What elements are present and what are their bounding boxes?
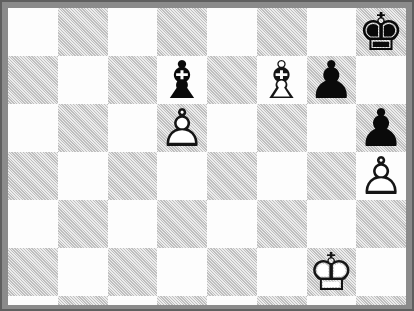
square-c4[interactable] <box>108 200 158 248</box>
square-a6[interactable] <box>8 104 58 152</box>
black-piece-glyph: ♟ <box>308 54 355 106</box>
square-c8[interactable] <box>108 8 158 56</box>
square-a5[interactable] <box>8 152 58 200</box>
square-c7[interactable] <box>108 56 158 104</box>
white-piece-outline: ♗ <box>258 54 305 106</box>
square-h6[interactable]: ♟ <box>356 104 406 152</box>
square-g3[interactable]: ♚♔ <box>307 248 357 296</box>
square-h3[interactable] <box>356 248 406 296</box>
square-b6[interactable] <box>58 104 108 152</box>
white-bishop[interactable]: ♝♗ <box>257 56 307 104</box>
white-piece-outline: ♙ <box>159 102 206 154</box>
square-b3[interactable] <box>58 248 108 296</box>
square-e2[interactable] <box>207 296 257 305</box>
black-pawn[interactable]: ♟ <box>307 56 357 104</box>
square-f7[interactable]: ♝♗ <box>257 56 307 104</box>
square-d4[interactable] <box>157 200 207 248</box>
square-f8[interactable] <box>257 8 307 56</box>
square-d8[interactable] <box>157 8 207 56</box>
white-pawn[interactable]: ♟♙ <box>157 104 207 152</box>
square-b4[interactable] <box>58 200 108 248</box>
white-piece-outline: ♙ <box>358 150 405 202</box>
square-g4[interactable] <box>307 200 357 248</box>
square-h2[interactable] <box>356 296 406 305</box>
square-f6[interactable] <box>257 104 307 152</box>
white-piece-outline: ♔ <box>308 246 355 298</box>
square-b8[interactable] <box>58 8 108 56</box>
square-g6[interactable] <box>307 104 357 152</box>
square-f2[interactable] <box>257 296 307 305</box>
square-g5[interactable] <box>307 152 357 200</box>
square-e8[interactable] <box>207 8 257 56</box>
black-bishop[interactable]: ♝ <box>157 56 207 104</box>
square-e5[interactable] <box>207 152 257 200</box>
square-d5[interactable] <box>157 152 207 200</box>
square-f5[interactable] <box>257 152 307 200</box>
square-b2[interactable] <box>58 296 108 305</box>
square-e4[interactable] <box>207 200 257 248</box>
square-a3[interactable] <box>8 248 58 296</box>
square-a7[interactable] <box>8 56 58 104</box>
square-b5[interactable] <box>58 152 108 200</box>
square-g8[interactable] <box>307 8 357 56</box>
square-d6[interactable]: ♟♙ <box>157 104 207 152</box>
white-king[interactable]: ♚♔ <box>307 248 357 296</box>
square-h8[interactable]: ♚ <box>356 8 406 56</box>
black-piece-glyph: ♚ <box>358 8 405 58</box>
square-h7[interactable] <box>356 56 406 104</box>
square-e3[interactable] <box>207 248 257 296</box>
square-a4[interactable] <box>8 200 58 248</box>
chess-diagram: ♚♝♝♗♟♟♙♟♟♙♚♔ <box>0 0 414 311</box>
square-b7[interactable] <box>58 56 108 104</box>
square-h5[interactable]: ♟♙ <box>356 152 406 200</box>
square-f4[interactable] <box>257 200 307 248</box>
square-d2[interactable] <box>157 296 207 305</box>
square-e7[interactable] <box>207 56 257 104</box>
square-c6[interactable] <box>108 104 158 152</box>
chess-board: ♚♝♝♗♟♟♙♟♟♙♚♔ <box>8 8 406 305</box>
square-e6[interactable] <box>207 104 257 152</box>
square-a2[interactable] <box>8 296 58 305</box>
black-pawn[interactable]: ♟ <box>356 104 406 152</box>
square-h4[interactable] <box>356 200 406 248</box>
black-king[interactable]: ♚ <box>356 8 406 56</box>
square-d3[interactable] <box>157 248 207 296</box>
square-c3[interactable] <box>108 248 158 296</box>
square-a8[interactable] <box>8 8 58 56</box>
square-c2[interactable] <box>108 296 158 305</box>
square-g2[interactable] <box>307 296 357 305</box>
square-f3[interactable] <box>257 248 307 296</box>
white-pawn[interactable]: ♟♙ <box>356 152 406 200</box>
square-c5[interactable] <box>108 152 158 200</box>
square-d7[interactable]: ♝ <box>157 56 207 104</box>
square-g7[interactable]: ♟ <box>307 56 357 104</box>
